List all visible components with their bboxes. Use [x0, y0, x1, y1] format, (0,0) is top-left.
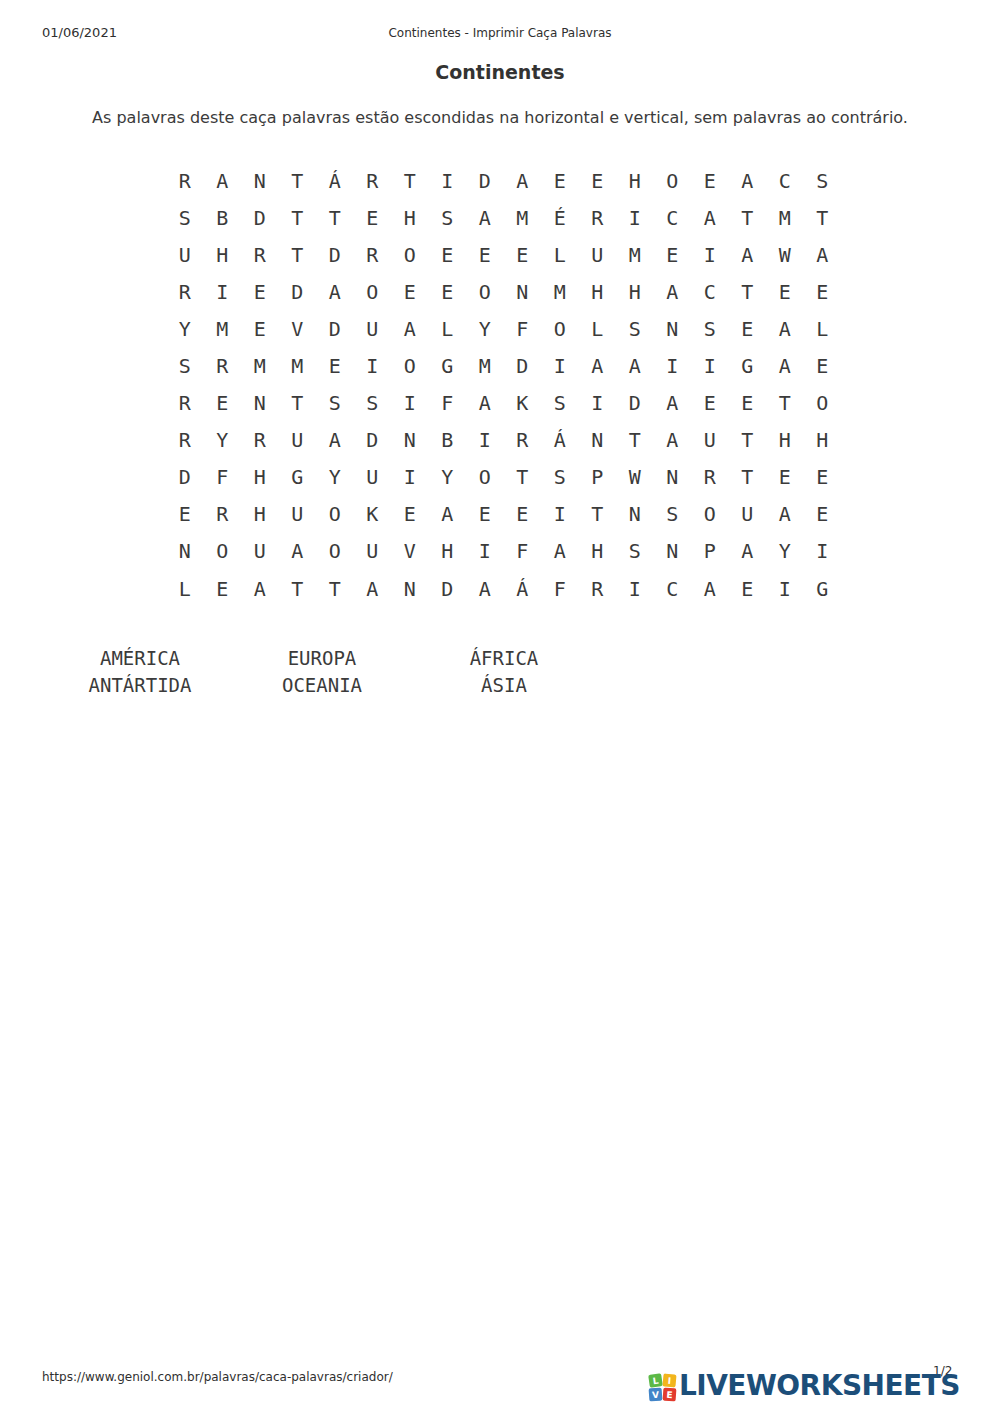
grid-cell: S — [316, 385, 354, 422]
grid-cell: A — [279, 533, 317, 570]
grid-cell: I — [391, 385, 429, 422]
grid-cell: E — [729, 310, 767, 347]
grid-cell: E — [354, 199, 392, 236]
grid-cell: M — [616, 236, 654, 273]
grid-cell: R — [166, 162, 204, 199]
grid-cell: H — [766, 422, 804, 459]
grid-cell: U — [241, 533, 279, 570]
grid-cell: R — [504, 422, 542, 459]
grid-cell: F — [504, 533, 542, 570]
grid-cell: R — [166, 422, 204, 459]
grid-cell: A — [654, 422, 692, 459]
grid-cell: E — [654, 236, 692, 273]
grid-cell: S — [616, 533, 654, 570]
grid-cell: S — [354, 385, 392, 422]
grid-cell: E — [541, 162, 579, 199]
grid-cell: Á — [316, 162, 354, 199]
grid-cell: A — [766, 496, 804, 533]
grid-cell: H — [616, 273, 654, 310]
grid-cell: E — [429, 273, 467, 310]
grid-cell: D — [316, 310, 354, 347]
grid-cell: L — [804, 310, 842, 347]
grid-cell: E — [691, 385, 729, 422]
word-list-item: AMÉRICA — [100, 647, 180, 669]
grid-cell: U — [279, 422, 317, 459]
grid-cell: N — [391, 570, 429, 607]
grid-cell: A — [616, 347, 654, 384]
grid-cell: T — [504, 459, 542, 496]
grid-cell: E — [504, 236, 542, 273]
grid-cell: G — [804, 570, 842, 607]
grid-cell: A — [241, 570, 279, 607]
grid-cell: I — [204, 273, 242, 310]
grid-cell: A — [316, 273, 354, 310]
grid-cell: Y — [466, 310, 504, 347]
grid-cell: I — [766, 570, 804, 607]
grid-cell: S — [166, 347, 204, 384]
grid-cell: L — [541, 236, 579, 273]
grid-cell: E — [504, 496, 542, 533]
grid-cell: I — [616, 570, 654, 607]
grid-cell: M — [541, 273, 579, 310]
grid-cell: O — [466, 459, 504, 496]
grid-cell: T — [316, 570, 354, 607]
grid-cell: O — [804, 385, 842, 422]
grid-cell: D — [466, 162, 504, 199]
grid-cell: I — [391, 459, 429, 496]
word-list-item: ÁFRICA — [470, 647, 539, 669]
grid-cell: E — [579, 162, 617, 199]
grid-cell: R — [241, 236, 279, 273]
grid-cell: T — [729, 273, 767, 310]
grid-cell: L — [429, 310, 467, 347]
grid-cell: A — [316, 422, 354, 459]
logo-square-i: I — [662, 1373, 676, 1387]
grid-cell: T — [804, 199, 842, 236]
grid-cell: Á — [541, 422, 579, 459]
grid-cell: A — [504, 162, 542, 199]
grid-cell: T — [279, 162, 317, 199]
grid-cell: T — [391, 162, 429, 199]
grid-cell: E — [466, 236, 504, 273]
grid-cell: R — [204, 496, 242, 533]
grid-cell: R — [166, 273, 204, 310]
grid-cell: O — [391, 347, 429, 384]
grid-cell: K — [504, 385, 542, 422]
grid-cell: E — [729, 570, 767, 607]
grid-cell: A — [691, 199, 729, 236]
grid-cell: A — [466, 385, 504, 422]
grid-cell: R — [691, 459, 729, 496]
grid-cell: A — [466, 199, 504, 236]
grid-cell: I — [691, 236, 729, 273]
grid-cell: U — [579, 236, 617, 273]
grid-cell: D — [316, 236, 354, 273]
grid-cell: E — [466, 496, 504, 533]
grid-cell: E — [166, 496, 204, 533]
grid-cell: D — [429, 570, 467, 607]
grid-cell: A — [729, 236, 767, 273]
grid-cell: O — [316, 533, 354, 570]
grid-cell: F — [504, 310, 542, 347]
grid-cell: L — [579, 310, 617, 347]
grid-cell: N — [654, 533, 692, 570]
grid-cell: A — [429, 496, 467, 533]
grid-cell: G — [729, 347, 767, 384]
grid-cell: N — [654, 459, 692, 496]
grid-cell: I — [429, 162, 467, 199]
grid-cell: R — [241, 422, 279, 459]
grid-cell: I — [541, 347, 579, 384]
grid-cell: B — [429, 422, 467, 459]
logo-square-e: E — [662, 1388, 676, 1402]
grid-cell: I — [654, 347, 692, 384]
grid-cell: M — [504, 199, 542, 236]
grid-cell: H — [241, 496, 279, 533]
grid-cell: E — [391, 273, 429, 310]
grid-cell: S — [166, 199, 204, 236]
grid-cell: H — [616, 162, 654, 199]
grid-cell: L — [166, 570, 204, 607]
grid-cell: V — [391, 533, 429, 570]
grid-cell: E — [204, 570, 242, 607]
grid-cell: E — [204, 385, 242, 422]
grid-cell: I — [541, 496, 579, 533]
grid-cell: N — [616, 496, 654, 533]
footer-url: https://www.geniol.com.br/palavras/caca-… — [42, 1370, 393, 1384]
grid-cell: S — [541, 459, 579, 496]
grid-cell: C — [654, 570, 692, 607]
grid-cell: I — [616, 199, 654, 236]
grid-cell: D — [166, 459, 204, 496]
grid-cell: D — [504, 347, 542, 384]
grid-cell: U — [691, 422, 729, 459]
grid-cell: G — [279, 459, 317, 496]
grid-cell: K — [354, 496, 392, 533]
word-list-item: OCEANIA — [282, 674, 362, 696]
grid-cell: D — [616, 385, 654, 422]
grid-cell: E — [766, 273, 804, 310]
grid-cell: C — [766, 162, 804, 199]
grid-cell: O — [691, 496, 729, 533]
grid-cell: S — [654, 496, 692, 533]
grid-cell: H — [391, 199, 429, 236]
grid-cell: T — [579, 496, 617, 533]
grid-cell: E — [804, 496, 842, 533]
grid-cell: S — [691, 310, 729, 347]
grid-cell: T — [279, 385, 317, 422]
grid-cell: O — [541, 310, 579, 347]
grid-cell: A — [729, 533, 767, 570]
grid-cell: N — [391, 422, 429, 459]
grid-cell: A — [204, 162, 242, 199]
grid-cell: A — [691, 570, 729, 607]
grid-cell: F — [541, 570, 579, 607]
grid-cell: T — [279, 570, 317, 607]
grid-cell: A — [654, 385, 692, 422]
grid-cell: E — [804, 273, 842, 310]
grid-cell: M — [241, 347, 279, 384]
grid-cell: S — [541, 385, 579, 422]
grid-cell: W — [616, 459, 654, 496]
grid-cell: E — [316, 347, 354, 384]
grid-cell: F — [204, 459, 242, 496]
grid-cell: U — [729, 496, 767, 533]
grid-cell: A — [579, 347, 617, 384]
grid-cell: H — [204, 236, 242, 273]
word-list-item: ANTÁRTIDA — [89, 674, 192, 696]
grid-cell: N — [654, 310, 692, 347]
grid-cell: A — [654, 273, 692, 310]
grid-cell: E — [804, 459, 842, 496]
grid-cell: E — [766, 459, 804, 496]
grid-cell: I — [466, 533, 504, 570]
logo-square-v: V — [648, 1388, 662, 1402]
grid-cell: H — [804, 422, 842, 459]
grid-cell: E — [691, 162, 729, 199]
grid-cell: M — [466, 347, 504, 384]
grid-cell: I — [466, 422, 504, 459]
grid-cell: U — [354, 459, 392, 496]
grid-cell: R — [204, 347, 242, 384]
grid-cell: E — [241, 310, 279, 347]
grid-cell: R — [166, 385, 204, 422]
grid-cell: Y — [204, 422, 242, 459]
grid-cell: F — [429, 385, 467, 422]
grid-cell: G — [429, 347, 467, 384]
puzzle-title: Continentes — [0, 61, 1000, 83]
grid-cell: R — [579, 570, 617, 607]
grid-cell: É — [541, 199, 579, 236]
grid-cell: I — [354, 347, 392, 384]
grid-cell: H — [579, 533, 617, 570]
word-search-grid: RANTÁRTIDAEEHOEACSSBDTTEHSAMÉRICATMTUHRT… — [166, 162, 841, 607]
grid-cell: S — [804, 162, 842, 199]
grid-cell: O — [654, 162, 692, 199]
grid-cell: P — [579, 459, 617, 496]
grid-cell: E — [429, 236, 467, 273]
grid-cell: E — [391, 496, 429, 533]
word-list: AMÉRICAEUROPAÁFRICAANTÁRTIDAOCEANIAÁSIA — [49, 644, 595, 698]
grid-cell: O — [391, 236, 429, 273]
grid-cell: Y — [766, 533, 804, 570]
grid-cell: O — [354, 273, 392, 310]
grid-cell: N — [241, 385, 279, 422]
grid-cell: U — [166, 236, 204, 273]
grid-cell: B — [204, 199, 242, 236]
grid-cell: D — [354, 422, 392, 459]
grid-cell: T — [279, 236, 317, 273]
grid-cell: N — [241, 162, 279, 199]
grid-cell: T — [279, 199, 317, 236]
grid-cell: U — [279, 496, 317, 533]
grid-cell: A — [766, 347, 804, 384]
grid-cell: N — [579, 422, 617, 459]
grid-cell: E — [241, 273, 279, 310]
grid-cell: T — [729, 199, 767, 236]
grid-cell: T — [729, 422, 767, 459]
grid-cell: O — [466, 273, 504, 310]
grid-cell: H — [241, 459, 279, 496]
grid-cell: Y — [316, 459, 354, 496]
liveworksheets-logo-text: LIVEWORKSHEETS — [679, 1369, 960, 1402]
grid-cell: R — [579, 199, 617, 236]
grid-cell: V — [279, 310, 317, 347]
grid-cell: H — [429, 533, 467, 570]
grid-cell: H — [579, 273, 617, 310]
grid-cell: R — [354, 162, 392, 199]
grid-cell: N — [166, 533, 204, 570]
grid-cell: A — [354, 570, 392, 607]
grid-cell: P — [691, 533, 729, 570]
grid-cell: N — [504, 273, 542, 310]
grid-cell: R — [354, 236, 392, 273]
grid-cell: T — [766, 385, 804, 422]
grid-cell: Y — [429, 459, 467, 496]
header-document-title: Continentes - Imprimir Caça Palavras — [0, 26, 1000, 40]
grid-cell: C — [654, 199, 692, 236]
grid-cell: U — [354, 533, 392, 570]
word-list-item: EUROPA — [288, 647, 357, 669]
word-list-item: ÁSIA — [481, 674, 527, 696]
liveworksheets-logo: LIVE LIVEWORKSHEETS — [649, 1369, 960, 1402]
grid-cell: M — [279, 347, 317, 384]
grid-cell: A — [541, 533, 579, 570]
grid-cell: I — [804, 533, 842, 570]
puzzle-instructions: As palavras deste caça palavras estão es… — [0, 108, 1000, 127]
grid-cell: A — [766, 310, 804, 347]
grid-cell: E — [729, 385, 767, 422]
grid-cell: Y — [166, 310, 204, 347]
grid-cell: S — [429, 199, 467, 236]
grid-cell: W — [766, 236, 804, 273]
grid-cell: M — [204, 310, 242, 347]
grid-cell: A — [466, 570, 504, 607]
grid-cell: T — [316, 199, 354, 236]
grid-cell: O — [204, 533, 242, 570]
grid-cell: M — [766, 199, 804, 236]
grid-cell: U — [354, 310, 392, 347]
liveworksheets-logo-icon: LIVE — [649, 1374, 676, 1401]
grid-cell: A — [391, 310, 429, 347]
grid-cell: Á — [504, 570, 542, 607]
grid-cell: D — [279, 273, 317, 310]
grid-cell: A — [804, 236, 842, 273]
logo-square-l: L — [648, 1373, 663, 1388]
grid-cell: S — [616, 310, 654, 347]
grid-cell: I — [579, 385, 617, 422]
grid-cell: T — [729, 459, 767, 496]
grid-cell: A — [729, 162, 767, 199]
grid-cell: I — [691, 347, 729, 384]
grid-cell: D — [241, 199, 279, 236]
grid-cell: E — [804, 347, 842, 384]
grid-cell: C — [691, 273, 729, 310]
grid-cell: O — [316, 496, 354, 533]
grid-cell: T — [616, 422, 654, 459]
